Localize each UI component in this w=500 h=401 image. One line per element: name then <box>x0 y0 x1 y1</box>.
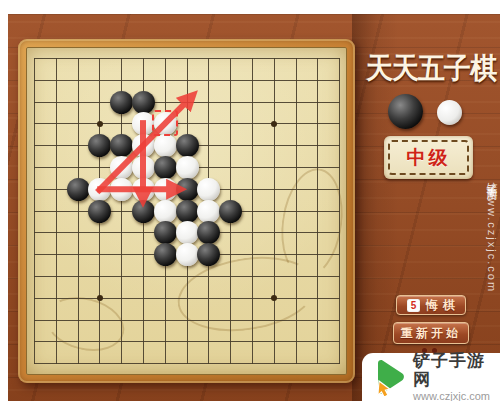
app-title: 天天五子棋 <box>364 49 498 88</box>
restart-button-label: 重新开始 <box>401 325 461 342</box>
watermark-site-url: www.czjxjc.com <box>413 390 500 401</box>
arrows-svg <box>34 58 340 364</box>
player-white-stone-icon <box>437 100 462 125</box>
app-window: 天天五子棋 中级 5 悔棋 重新开始 铲子手游网 www.czjxjc.com … <box>0 0 500 401</box>
watermark-site-name: 铲子手游网 <box>413 352 500 389</box>
board-frame <box>18 39 355 383</box>
undo-button[interactable]: 5 悔棋 <box>396 295 466 315</box>
restart-button[interactable]: 重新开始 <box>393 322 469 344</box>
vertical-watermark: 铲子手游网 www.czjxjc.com <box>484 148 499 318</box>
watermark-logo-icon <box>371 358 407 396</box>
last-move-marker <box>152 110 178 136</box>
board <box>26 47 347 375</box>
undo-count-badge: 5 <box>407 299 420 312</box>
level-button-label: 中级 <box>407 145 451 171</box>
undo-button-label: 悔棋 <box>426 297 460 314</box>
level-button[interactable]: 中级 <box>384 136 473 179</box>
watermark-panel: 铲子手游网 www.czjxjc.com <box>362 353 500 401</box>
player-black-stone-icon <box>388 94 423 129</box>
